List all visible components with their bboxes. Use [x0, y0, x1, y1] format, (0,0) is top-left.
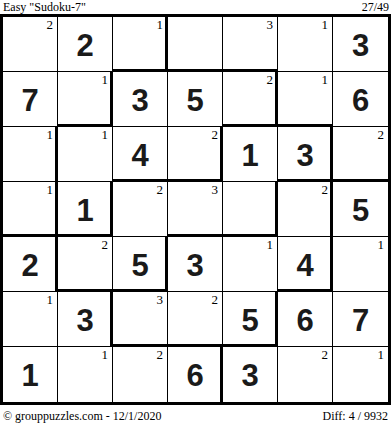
cell-r5c1[interactable]: 2 [3, 237, 58, 292]
corner-number: 3 [212, 183, 219, 196]
board: 2213137135216114213211232522531411332567… [0, 14, 391, 405]
cell-r1c6[interactable]: 1 [278, 17, 333, 72]
big-digit: 3 [296, 138, 313, 171]
corner-number: 2 [212, 128, 219, 141]
cell-r5c4[interactable]: 3 [168, 237, 223, 292]
cell-r4c3[interactable]: 2 [113, 182, 168, 237]
cell-r4c4[interactable]: 3 [168, 182, 223, 237]
cell-r3c2[interactable]: 1 [58, 127, 113, 182]
corner-number: 1 [47, 128, 54, 141]
cell-r2c1[interactable]: 7 [3, 72, 58, 127]
big-digit: 1 [21, 358, 38, 391]
cell-r2c2[interactable]: 1 [58, 72, 113, 127]
cell-r1c4[interactable] [168, 17, 223, 72]
corner-number: 2 [157, 348, 164, 361]
cell-r3c4[interactable]: 2 [168, 127, 223, 182]
corner-number: 1 [322, 18, 329, 31]
corner-number: 2 [267, 73, 274, 86]
big-digit: 5 [241, 303, 258, 336]
cell-r7c1[interactable]: 1 [3, 347, 58, 402]
cell-r4c2[interactable]: 1 [58, 182, 113, 237]
footer: © grouppuzzles.com - 12/1/2020 Diff: 4 /… [0, 405, 391, 426]
cell-r6c7[interactable]: 7 [333, 292, 388, 347]
corner-number: 2 [102, 238, 109, 251]
corner-number: 2 [322, 183, 329, 196]
corner-number: 2 [157, 183, 164, 196]
big-digit: 4 [296, 248, 313, 281]
cell-r1c2[interactable]: 2 [58, 17, 113, 72]
cell-r6c1[interactable]: 1 [3, 292, 58, 347]
cell-r2c3[interactable]: 3 [113, 72, 168, 127]
big-digit: 4 [131, 138, 148, 171]
cell-r3c3[interactable]: 4 [113, 127, 168, 182]
corner-number: 1 [322, 73, 329, 86]
cell-r3c7[interactable]: 2 [333, 127, 388, 182]
cell-r4c5[interactable] [223, 182, 278, 237]
cell-r1c7[interactable]: 3 [333, 17, 388, 72]
corner-number: 1 [102, 348, 109, 361]
cell-r4c1[interactable]: 1 [3, 182, 58, 237]
corner-number: 3 [157, 293, 164, 306]
corner-number: 1 [157, 18, 164, 31]
big-digit: 3 [352, 28, 369, 61]
page-title: Easy "Sudoku-7" [3, 1, 86, 14]
cell-r2c5[interactable]: 2 [223, 72, 278, 127]
difficulty-text: Diff: 4 / 9932 [323, 409, 388, 424]
cell-r5c3[interactable]: 5 [113, 237, 168, 292]
cell-r6c4[interactable]: 2 [168, 292, 223, 347]
puzzle-page: Easy "Sudoku-7" 27/49 221313713521611421… [0, 0, 391, 426]
big-digit: 3 [186, 248, 203, 281]
corner-number: 3 [267, 18, 274, 31]
big-digit: 7 [352, 303, 369, 336]
big-digit: 3 [131, 83, 148, 116]
cell-r5c7[interactable]: 1 [333, 237, 388, 292]
corner-number: 2 [322, 348, 329, 361]
cell-r7c4[interactable]: 6 [168, 347, 223, 402]
cell-r1c5[interactable]: 3 [223, 17, 278, 72]
big-digit: 5 [131, 248, 148, 281]
big-digit: 3 [241, 358, 258, 391]
cell-r7c2[interactable]: 1 [58, 347, 113, 402]
big-digit: 6 [352, 83, 369, 116]
big-digit: 2 [76, 28, 93, 61]
corner-number: 1 [267, 238, 274, 251]
cell-r1c3[interactable]: 1 [113, 17, 168, 72]
corner-number: 1 [378, 348, 385, 361]
cell-r7c5[interactable]: 3 [223, 347, 278, 402]
cell-r6c5[interactable]: 5 [223, 292, 278, 347]
cell-r6c3[interactable]: 3 [113, 292, 168, 347]
big-digit: 1 [241, 138, 258, 171]
cell-r7c3[interactable]: 2 [113, 347, 168, 402]
big-digit: 6 [186, 358, 203, 391]
cell-r2c4[interactable]: 5 [168, 72, 223, 127]
corner-number: 1 [47, 293, 54, 306]
cell-r1c1[interactable]: 2 [3, 17, 58, 72]
big-digit: 6 [296, 303, 313, 336]
corner-number: 1 [102, 128, 109, 141]
cell-r3c5[interactable]: 1 [223, 127, 278, 182]
header: Easy "Sudoku-7" 27/49 [0, 0, 391, 14]
cell-r6c6[interactable]: 6 [278, 292, 333, 347]
cell-r3c6[interactable]: 3 [278, 127, 333, 182]
big-digit: 7 [21, 83, 38, 116]
cell-r3c1[interactable]: 1 [3, 127, 58, 182]
big-digit: 3 [76, 303, 93, 336]
cell-r5c5[interactable]: 1 [223, 237, 278, 292]
cell-r4c7[interactable]: 5 [333, 182, 388, 237]
corner-number: 2 [47, 18, 54, 31]
corner-number: 2 [378, 128, 385, 141]
cell-r2c7[interactable]: 6 [333, 72, 388, 127]
cell-r5c6[interactable]: 4 [278, 237, 333, 292]
corner-number: 1 [102, 73, 109, 86]
cell-r7c7[interactable]: 1 [333, 347, 388, 402]
cell-r7c6[interactable]: 2 [278, 347, 333, 402]
corner-number: 2 [212, 293, 219, 306]
big-digit: 2 [21, 248, 38, 281]
cell-r2c6[interactable]: 1 [278, 72, 333, 127]
cell-r6c2[interactable]: 3 [58, 292, 113, 347]
cell-r5c2[interactable]: 2 [58, 237, 113, 292]
big-digit: 5 [186, 83, 203, 116]
cell-r4c6[interactable]: 2 [278, 182, 333, 237]
big-digit: 1 [76, 193, 93, 226]
copyright-text: © grouppuzzles.com - 12/1/2020 [3, 409, 161, 424]
big-digit: 5 [352, 193, 369, 226]
given-counter: 27/49 [362, 1, 389, 14]
corner-number: 1 [378, 238, 385, 251]
corner-number: 1 [47, 183, 54, 196]
